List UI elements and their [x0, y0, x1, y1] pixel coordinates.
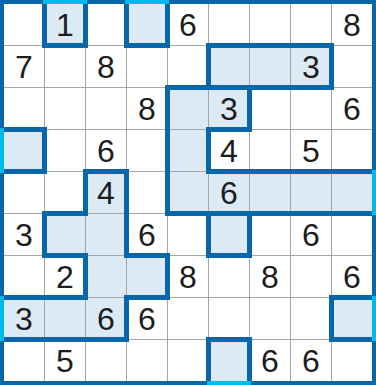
- cell-r8c9[interactable]: [332, 298, 372, 339]
- given-digit: 8: [179, 261, 197, 293]
- cell-r2c2[interactable]: [45, 46, 85, 87]
- cell-r3c5[interactable]: [168, 88, 208, 129]
- cell-r9c4[interactable]: [127, 340, 167, 381]
- given-digit: 8: [138, 93, 156, 125]
- cell-r1c4[interactable]: [127, 4, 167, 45]
- ice-edge-accent: [0, 128, 4, 173]
- cell-r6c5[interactable]: [168, 214, 208, 255]
- cell-r7c4[interactable]: [127, 256, 167, 297]
- cell-r2c4[interactable]: [127, 46, 167, 87]
- ice-edge-accent: [372, 170, 376, 215]
- cell-r6c9[interactable]: [332, 214, 372, 255]
- cell-r6c2[interactable]: [45, 214, 85, 255]
- ice-edge-accent: [372, 296, 376, 341]
- cell-r7c5[interactable]: 8: [168, 256, 208, 297]
- cell-r8c2[interactable]: [45, 298, 85, 339]
- cell-r6c1[interactable]: 3: [4, 214, 44, 255]
- cell-r9c1[interactable]: [4, 340, 44, 381]
- cell-r9c6[interactable]: [209, 340, 249, 381]
- given-digit: 5: [302, 135, 320, 167]
- given-digit: 6: [138, 219, 156, 251]
- given-digit: 3: [15, 219, 33, 251]
- given-digit: 6: [138, 303, 156, 335]
- cell-r5c9[interactable]: [332, 172, 372, 213]
- cell-r2c8[interactable]: 3: [291, 46, 331, 87]
- cell-r8c3[interactable]: 6: [86, 298, 126, 339]
- cell-r8c8[interactable]: [291, 298, 331, 339]
- cell-r2c6[interactable]: [209, 46, 249, 87]
- cell-r8c4[interactable]: 6: [127, 298, 167, 339]
- cell-r8c7[interactable]: [250, 298, 290, 339]
- cell-r7c1[interactable]: [4, 256, 44, 297]
- given-digit: 6: [343, 93, 361, 125]
- cell-r2c1[interactable]: 7: [4, 46, 44, 87]
- cell-r3c2[interactable]: [45, 88, 85, 129]
- cell-r3c3[interactable]: [86, 88, 126, 129]
- given-digit: 3: [220, 93, 238, 125]
- given-digit: 7: [15, 51, 33, 83]
- cell-r8c1[interactable]: 3: [4, 298, 44, 339]
- cell-r7c8[interactable]: [291, 256, 331, 297]
- given-digit: 8: [343, 9, 361, 41]
- cell-r7c9[interactable]: 6: [332, 256, 372, 297]
- cell-r1c1[interactable]: [4, 4, 44, 45]
- cell-r1c9[interactable]: 8: [332, 4, 372, 45]
- cell-r3c4[interactable]: 8: [127, 88, 167, 129]
- cell-r3c7[interactable]: [250, 88, 290, 129]
- cell-r5c4[interactable]: [127, 172, 167, 213]
- given-digit: 6: [220, 177, 238, 209]
- given-digit: 6: [97, 135, 115, 167]
- given-digit: 6: [343, 261, 361, 293]
- cell-r8c5[interactable]: [168, 298, 208, 339]
- cell-r9c8[interactable]: 6: [291, 340, 331, 381]
- given-digit: 5: [56, 345, 74, 377]
- cell-r9c9[interactable]: [332, 340, 372, 381]
- cell-r9c5[interactable]: [168, 340, 208, 381]
- cell-r4c5[interactable]: [168, 130, 208, 171]
- cell-r7c7[interactable]: 8: [250, 256, 290, 297]
- cell-r5c1[interactable]: [4, 172, 44, 213]
- cell-r4c3[interactable]: 6: [86, 130, 126, 171]
- cell-r3c6[interactable]: 3: [209, 88, 249, 129]
- cell-r3c1[interactable]: [4, 88, 44, 129]
- given-digit: 8: [97, 51, 115, 83]
- given-digit: 2: [56, 261, 74, 293]
- cell-r4c7[interactable]: [250, 130, 290, 171]
- cell-r4c2[interactable]: [45, 130, 85, 171]
- given-digit: 8: [261, 261, 279, 293]
- cell-r5c7[interactable]: [250, 172, 290, 213]
- given-digit: 4: [97, 177, 115, 209]
- cell-r4c9[interactable]: [332, 130, 372, 171]
- cell-r7c6[interactable]: [209, 256, 249, 297]
- cell-r1c8[interactable]: [291, 4, 331, 45]
- given-digit: 1: [56, 9, 74, 41]
- cell-r5c8[interactable]: [291, 172, 331, 213]
- cell-r9c3[interactable]: [86, 340, 126, 381]
- cell-r7c2[interactable]: 2: [45, 256, 85, 297]
- cell-r2c3[interactable]: 8: [86, 46, 126, 87]
- ice-edge-accent: [125, 0, 169, 4]
- cell-r6c6[interactable]: [209, 214, 249, 255]
- given-digit: 3: [15, 303, 33, 335]
- cell-r5c5[interactable]: [168, 172, 208, 213]
- ice-edge-accent: [207, 381, 251, 385]
- cell-r4c8[interactable]: 5: [291, 130, 331, 171]
- cell-r2c9[interactable]: [332, 46, 372, 87]
- cell-r2c7[interactable]: [250, 46, 290, 87]
- ice-edge-accent: [43, 0, 87, 4]
- cell-r4c6[interactable]: 4: [209, 130, 249, 171]
- given-digit: 6: [302, 219, 320, 251]
- given-digit: 6: [302, 345, 320, 377]
- sudoku-board: 168783836645463662886366566: [0, 0, 376, 385]
- cell-r7c3[interactable]: [86, 256, 126, 297]
- cell-r5c3[interactable]: 4: [86, 172, 126, 213]
- ice-edge-accent: [0, 296, 4, 341]
- given-digit: 6: [261, 345, 279, 377]
- cell-r6c8[interactable]: 6: [291, 214, 331, 255]
- cell-r6c7[interactable]: [250, 214, 290, 255]
- cell-r6c3[interactable]: [86, 214, 126, 255]
- cell-r1c7[interactable]: [250, 4, 290, 45]
- given-digit: 3: [302, 51, 320, 83]
- cell-r5c6[interactable]: 6: [209, 172, 249, 213]
- cell-r2c5[interactable]: [168, 46, 208, 87]
- cell-r3c9[interactable]: 6: [332, 88, 372, 129]
- cell-r6c4[interactable]: 6: [127, 214, 167, 255]
- given-digit: 6: [97, 303, 115, 335]
- cell-r5c2[interactable]: [45, 172, 85, 213]
- cell-r3c8[interactable]: [291, 88, 331, 129]
- cell-r8c6[interactable]: [209, 298, 249, 339]
- given-digit: 4: [220, 135, 238, 167]
- cell-r4c1[interactable]: [4, 130, 44, 171]
- cell-r1c6[interactable]: [209, 4, 249, 45]
- cell-r4c4[interactable]: [127, 130, 167, 171]
- cell-r1c3[interactable]: [86, 4, 126, 45]
- cell-r9c2[interactable]: 5: [45, 340, 85, 381]
- cell-r1c5[interactable]: 6: [168, 4, 208, 45]
- cell-r1c2[interactable]: 1: [45, 4, 85, 45]
- given-digit: 6: [179, 9, 197, 41]
- cell-r9c7[interactable]: 6: [250, 340, 290, 381]
